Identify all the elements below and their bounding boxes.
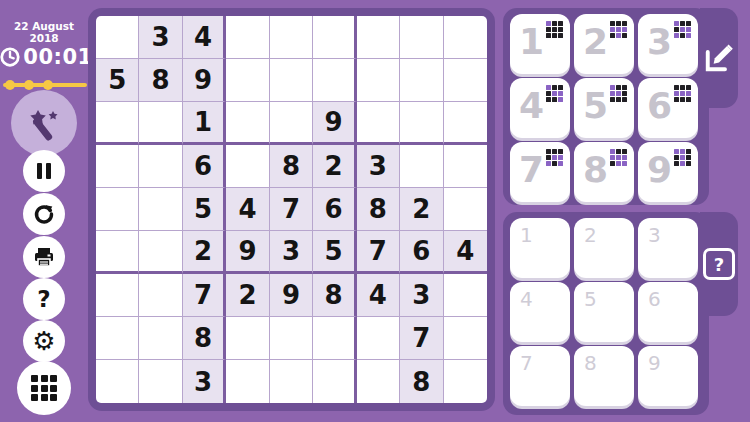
cell-r7c4[interactable]: 2 [226, 274, 269, 317]
cell-r2c9[interactable] [444, 59, 487, 102]
number-label: 3 [647, 20, 672, 63]
note-label: 7 [520, 351, 533, 375]
cell-r9c9[interactable] [444, 360, 487, 403]
cell-r5c9[interactable] [444, 188, 487, 231]
cell-r6c4[interactable]: 9 [226, 231, 269, 274]
number-pad-panel: 123456789 [503, 8, 709, 205]
progress-dot [24, 80, 34, 90]
note-button-6[interactable]: 6 [638, 282, 698, 342]
number-label: 4 [519, 84, 544, 127]
pause-icon [37, 163, 51, 179]
note-label: 9 [648, 351, 661, 375]
note-label: 4 [520, 287, 533, 311]
cell-r9c7[interactable] [357, 360, 400, 403]
number-label: 5 [583, 84, 608, 127]
number-label: 9 [647, 148, 672, 191]
progress-dot [5, 80, 15, 90]
cell-r2c4[interactable] [226, 59, 269, 102]
cell-r3c6[interactable]: 9 [313, 102, 356, 145]
box-map-icon [610, 149, 627, 166]
cell-r4c2[interactable] [139, 145, 182, 188]
cell-r1c8[interactable] [400, 16, 443, 59]
cell-r9c4[interactable] [226, 360, 269, 403]
pencil-tab [700, 8, 738, 108]
note-button-4[interactable]: 4 [510, 282, 570, 342]
cell-r3c1[interactable] [96, 102, 139, 145]
box-map-icon [610, 85, 627, 102]
menu-grid-icon [31, 375, 57, 401]
cell-r5c7[interactable]: 8 [357, 188, 400, 231]
note-label: 6 [648, 287, 661, 311]
cell-r8c6[interactable] [313, 317, 356, 360]
cell-r8c1[interactable] [96, 317, 139, 360]
cell-r6c5[interactable]: 3 [270, 231, 313, 274]
cell-r6c7[interactable]: 7 [357, 231, 400, 274]
cell-r1c9[interactable] [444, 16, 487, 59]
cell-r6c8[interactable]: 6 [400, 231, 443, 274]
box-map-icon [610, 21, 627, 38]
cell-r5c3[interactable]: 5 [183, 188, 226, 231]
printer-icon [32, 245, 56, 269]
cell-r2c2[interactable]: 8 [139, 59, 182, 102]
cell-r2c3[interactable]: 9 [183, 59, 226, 102]
timer-value: 00:01 [23, 45, 92, 69]
cell-r5c4[interactable]: 4 [226, 188, 269, 231]
number-pad: 123456789 [510, 14, 698, 202]
cell-r9c3[interactable]: 3 [183, 360, 226, 403]
sudoku-board: 3458919682354768229357647298438738 [88, 8, 495, 411]
cell-r3c2[interactable] [139, 102, 182, 145]
number-button-5[interactable]: 5 [574, 78, 634, 138]
number-button-9[interactable]: 9 [638, 142, 698, 202]
cell-r4c4[interactable] [226, 145, 269, 188]
note-label: 8 [584, 351, 597, 375]
cell-r6c9[interactable]: 4 [444, 231, 487, 274]
cell-r7c1[interactable] [96, 274, 139, 317]
cell-r9c5[interactable] [270, 360, 313, 403]
sudoku-app: 22 August 2018 00:01 [0, 0, 750, 422]
cell-r1c6[interactable] [313, 16, 356, 59]
note-label: 1 [520, 223, 533, 247]
number-button-4[interactable]: 4 [510, 78, 570, 138]
cell-r9c1[interactable] [96, 360, 139, 403]
number-label: 1 [519, 20, 544, 63]
cell-r3c8[interactable] [400, 102, 443, 145]
cell-r3c3[interactable]: 1 [183, 102, 226, 145]
cell-r6c1[interactable] [96, 231, 139, 274]
cell-r7c6[interactable]: 8 [313, 274, 356, 317]
timer: 00:01 [4, 44, 88, 70]
cell-r7c7[interactable]: 4 [357, 274, 400, 317]
note-button-2[interactable]: 2 [574, 218, 634, 278]
cell-r1c2[interactable]: 3 [139, 16, 182, 59]
cell-r7c3[interactable]: 7 [183, 274, 226, 317]
cell-r7c2[interactable] [139, 274, 182, 317]
notes-pad-panel: 123456789 [503, 212, 709, 415]
box-map-icon [674, 149, 691, 166]
cell-r5c1[interactable] [96, 188, 139, 231]
cell-r4c7[interactable]: 3 [357, 145, 400, 188]
cell-r2c8[interactable] [400, 59, 443, 102]
cell-r7c9[interactable] [444, 274, 487, 317]
cell-r8c9[interactable] [444, 317, 487, 360]
restart-button[interactable] [23, 193, 65, 235]
number-label: 6 [647, 84, 672, 127]
cell-r7c5[interactable]: 9 [270, 274, 313, 317]
box-map-icon [674, 21, 691, 38]
box-map-icon [546, 21, 563, 38]
cell-r4c3[interactable]: 6 [183, 145, 226, 188]
cell-r6c6[interactable]: 5 [313, 231, 356, 274]
help-button[interactable]: ? [23, 278, 65, 320]
help-tab: ? [700, 212, 738, 316]
cell-r5c6[interactable]: 6 [313, 188, 356, 231]
cell-r4c5[interactable]: 8 [270, 145, 313, 188]
cell-r6c2[interactable] [139, 231, 182, 274]
cell-r4c6[interactable]: 2 [313, 145, 356, 188]
notes-pad: 123456789 [510, 218, 698, 406]
note-button-9[interactable]: 9 [638, 346, 698, 406]
cell-r8c7[interactable] [357, 317, 400, 360]
cell-r1c5[interactable] [270, 16, 313, 59]
sidebar: 22 August 2018 00:01 [0, 0, 88, 422]
settings-button[interactable]: ⚙ [23, 320, 65, 362]
sudoku-grid: 3458919682354768229357647298438738 [96, 16, 487, 403]
pencil-edit-button[interactable] [701, 40, 737, 76]
cell-r2c5[interactable] [270, 59, 313, 102]
cell-r8c8[interactable]: 7 [400, 317, 443, 360]
note-button-5[interactable]: 5 [574, 282, 634, 342]
magic-wand-icon [23, 102, 65, 144]
progress-dot [43, 80, 53, 90]
note-button-1[interactable]: 1 [510, 218, 570, 278]
cell-r5c5[interactable]: 7 [270, 188, 313, 231]
number-button-6[interactable]: 6 [638, 78, 698, 138]
pause-button[interactable] [23, 150, 65, 192]
cell-r3c9[interactable] [444, 102, 487, 145]
date-label: 22 August 2018 [0, 20, 88, 44]
cell-r9c8[interactable]: 8 [400, 360, 443, 403]
note-button-8[interactable]: 8 [574, 346, 634, 406]
cell-r5c2[interactable] [139, 188, 182, 231]
cell-r1c4[interactable] [226, 16, 269, 59]
cell-r2c1[interactable]: 5 [96, 59, 139, 102]
number-label: 8 [583, 148, 608, 191]
number-label: 2 [583, 20, 608, 63]
note-label: 2 [584, 223, 597, 247]
pad-help-button[interactable]: ? [703, 248, 735, 280]
progress-slider[interactable] [3, 80, 87, 90]
box-map-icon [546, 85, 563, 102]
number-label: 7 [519, 148, 544, 191]
note-label: 5 [584, 287, 597, 311]
cell-r3c4[interactable] [226, 102, 269, 145]
note-button-3[interactable]: 3 [638, 218, 698, 278]
gear-icon: ⚙ [32, 328, 55, 354]
cell-r9c2[interactable] [139, 360, 182, 403]
note-label: 3 [648, 223, 661, 247]
question-icon: ? [37, 286, 50, 312]
cell-r8c4[interactable] [226, 317, 269, 360]
restart-icon [32, 202, 56, 226]
number-button-1[interactable]: 1 [510, 14, 570, 74]
clock-icon [0, 46, 21, 68]
cell-r4c9[interactable] [444, 145, 487, 188]
note-button-7[interactable]: 7 [510, 346, 570, 406]
cell-r6c3[interactable]: 2 [183, 231, 226, 274]
cell-r4c8[interactable] [400, 145, 443, 188]
box-map-icon [546, 149, 563, 166]
box-map-icon [674, 85, 691, 102]
cell-r8c5[interactable] [270, 317, 313, 360]
hint-wand-button[interactable] [11, 90, 77, 156]
cell-r8c3[interactable]: 8 [183, 317, 226, 360]
number-button-7[interactable]: 7 [510, 142, 570, 202]
cell-r9c6[interactable] [313, 360, 356, 403]
cell-r2c6[interactable] [313, 59, 356, 102]
cell-r5c8[interactable]: 2 [400, 188, 443, 231]
print-button[interactable] [23, 236, 65, 278]
cell-r7c8[interactable]: 3 [400, 274, 443, 317]
cell-r3c5[interactable] [270, 102, 313, 145]
cell-r1c1[interactable] [96, 16, 139, 59]
cell-r3c7[interactable] [357, 102, 400, 145]
number-button-8[interactable]: 8 [574, 142, 634, 202]
number-button-2[interactable]: 2 [574, 14, 634, 74]
cell-r8c2[interactable] [139, 317, 182, 360]
cell-r4c1[interactable] [96, 145, 139, 188]
cell-r2c7[interactable] [357, 59, 400, 102]
number-button-3[interactable]: 3 [638, 14, 698, 74]
cell-r1c7[interactable] [357, 16, 400, 59]
menu-button[interactable] [17, 361, 71, 415]
cell-r1c3[interactable]: 4 [183, 16, 226, 59]
